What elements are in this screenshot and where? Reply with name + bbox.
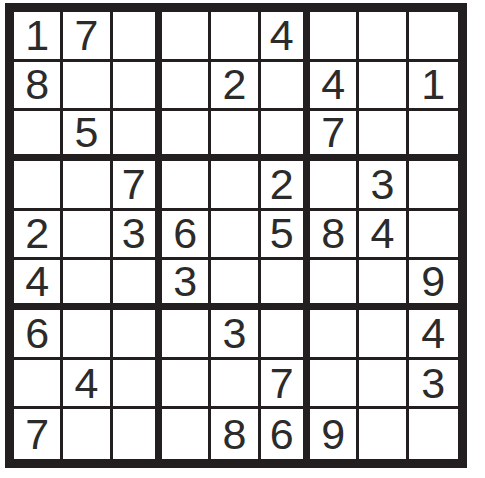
cell-digit: 9 [421,260,445,303]
sudoku-cell-empty[interactable] [162,409,211,459]
sudoku-cell-empty[interactable] [14,360,63,410]
sudoku-cell-given[interactable]: 9 [409,260,458,310]
sudoku-cell-given[interactable]: 7 [310,111,359,161]
sudoku-board: 1748241577232365844396344737869 [5,3,467,468]
cell-digit: 6 [25,312,49,355]
sudoku-cell-given[interactable]: 4 [261,12,310,62]
sudoku-cell-given[interactable]: 2 [211,62,260,112]
sudoku-cell-given[interactable]: 2 [261,161,310,211]
sudoku-cell-given[interactable]: 6 [261,409,310,459]
cell-digit: 4 [270,14,294,57]
cell-digit: 2 [270,163,294,206]
sudoku-cell-empty[interactable] [310,310,359,360]
cell-digit: 7 [270,362,294,405]
sudoku-cell-given[interactable]: 4 [310,62,359,112]
sudoku-cell-given[interactable]: 8 [14,62,63,112]
sudoku-cell-given[interactable]: 3 [113,211,162,261]
sudoku-cell-empty[interactable] [211,260,260,310]
cell-digit: 7 [321,111,345,154]
cell-digit: 8 [223,413,247,456]
sudoku-cell-empty[interactable] [14,111,63,161]
sudoku-cell-empty[interactable] [162,12,211,62]
sudoku-cell-empty[interactable] [162,62,211,112]
sudoku-cell-given[interactable]: 3 [359,161,408,211]
cell-digit: 9 [321,413,345,456]
sudoku-cell-given[interactable]: 4 [63,360,112,410]
sudoku-cell-empty[interactable] [162,111,211,161]
cell-digit: 6 [270,413,294,456]
cell-digit: 7 [75,14,99,57]
sudoku-cell-empty[interactable] [310,260,359,310]
sudoku-cell-empty[interactable] [310,12,359,62]
sudoku-cell-given[interactable]: 3 [409,360,458,410]
cell-digit: 4 [421,312,445,355]
sudoku-cell-given[interactable]: 5 [261,211,310,261]
sudoku-cell-given[interactable]: 4 [14,260,63,310]
sudoku-cell-given[interactable]: 8 [211,409,260,459]
cell-digit: 3 [173,260,197,303]
sudoku-cell-empty[interactable] [162,161,211,211]
sudoku-cell-empty[interactable] [310,360,359,410]
sudoku-cell-empty[interactable] [359,260,408,310]
sudoku-cell-empty[interactable] [113,111,162,161]
sudoku-cell-given[interactable]: 7 [261,360,310,410]
sudoku-cell-empty[interactable] [14,161,63,211]
sudoku-cell-empty[interactable] [63,62,112,112]
sudoku-cell-given[interactable]: 1 [409,62,458,112]
sudoku-cell-empty[interactable] [359,310,408,360]
sudoku-cell-empty[interactable] [409,12,458,62]
sudoku-cell-empty[interactable] [162,310,211,360]
sudoku-cell-empty[interactable] [113,310,162,360]
sudoku-cell-empty[interactable] [359,360,408,410]
sudoku-cell-given[interactable]: 6 [162,211,211,261]
sudoku-cell-empty[interactable] [261,260,310,310]
cell-digit: 4 [371,212,395,255]
sudoku-cell-empty[interactable] [113,12,162,62]
sudoku-cell-given[interactable]: 7 [113,161,162,211]
sudoku-cell-empty[interactable] [310,161,359,211]
cell-digit: 8 [321,212,345,255]
sudoku-cell-given[interactable]: 9 [310,409,359,459]
cell-digit: 2 [25,212,49,255]
cell-digit: 4 [75,362,99,405]
cell-digit: 8 [25,63,49,106]
cell-digit: 4 [25,260,49,303]
sudoku-cell-empty[interactable] [63,260,112,310]
sudoku-cell-given[interactable]: 2 [14,211,63,261]
sudoku-cell-empty[interactable] [211,12,260,62]
cell-digit: 2 [223,63,247,106]
sudoku-cell-given[interactable]: 8 [310,211,359,261]
cell-digit: 4 [321,63,345,106]
cell-digit: 5 [75,111,99,154]
sudoku-cell-empty[interactable] [409,211,458,261]
cell-digit: 5 [270,212,294,255]
sudoku-cell-empty[interactable] [113,260,162,310]
sudoku-cell-given[interactable]: 1 [14,12,63,62]
sudoku-cell-empty[interactable] [261,310,310,360]
sudoku-cell-given[interactable]: 4 [359,211,408,261]
sudoku-cell-empty[interactable] [162,360,211,410]
sudoku-cell-empty[interactable] [113,360,162,410]
cell-digit: 6 [173,212,197,255]
sudoku-cell-empty[interactable] [409,111,458,161]
sudoku-cell-given[interactable]: 7 [63,12,112,62]
sudoku-cell-empty[interactable] [261,111,310,161]
sudoku-cell-given[interactable]: 4 [409,310,458,360]
sudoku-cell-empty[interactable] [359,409,408,459]
sudoku-cell-given[interactable]: 3 [162,260,211,310]
cell-digit: 3 [223,312,247,355]
sudoku-cell-empty[interactable] [113,409,162,459]
sudoku-cell-empty[interactable] [113,62,162,112]
sudoku-cell-empty[interactable] [211,161,260,211]
sudoku-cell-empty[interactable] [359,62,408,112]
sudoku-cell-given[interactable]: 5 [63,111,112,161]
sudoku-cell-empty[interactable] [409,161,458,211]
sudoku-cell-empty[interactable] [409,409,458,459]
sudoku-cell-empty[interactable] [211,111,260,161]
cell-digit: 1 [421,63,445,106]
sudoku-cell-empty[interactable] [359,111,408,161]
sudoku-cell-given[interactable]: 7 [14,409,63,459]
cell-digit: 3 [371,163,395,206]
cell-digit: 3 [122,212,146,255]
sudoku-cell-empty[interactable] [63,161,112,211]
sudoku-cell-empty[interactable] [211,211,260,261]
sudoku-cell-given[interactable]: 3 [211,310,260,360]
sudoku-cell-given[interactable]: 6 [14,310,63,360]
cell-digit: 7 [122,163,146,206]
sudoku-cell-empty[interactable] [63,310,112,360]
sudoku-cell-empty[interactable] [359,12,408,62]
sudoku-cell-empty[interactable] [211,360,260,410]
cell-digit: 3 [421,362,445,405]
cell-digit: 7 [25,413,49,456]
sudoku-cell-empty[interactable] [63,409,112,459]
sudoku-cell-empty[interactable] [261,62,310,112]
cell-digit: 1 [25,14,49,57]
sudoku-cell-empty[interactable] [63,211,112,261]
